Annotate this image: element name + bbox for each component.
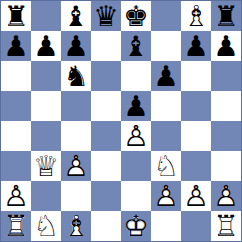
piece-white-pawn[interactable]: ♟♙: [211, 181, 241, 211]
piece-fill-glyph: ♝: [61, 1, 90, 30]
piece-fill-glyph: ♜: [1, 1, 30, 30]
piece-white-pawn[interactable]: ♟♙: [121, 121, 151, 151]
square-h2[interactable]: ♟♙: [211, 181, 241, 211]
square-e8[interactable]: ♚: [121, 1, 151, 31]
piece-white-pawn[interactable]: ♟♙: [1, 181, 31, 211]
square-e2[interactable]: [121, 181, 151, 211]
square-b7[interactable]: ♟: [31, 31, 61, 61]
chess-board: ♜♝♛♚♝♗♜♟♟♟♝♟♟♞♟♟♟♙♛♕♟♙♞♘♟♙♟♙♟♙♟♙♜♖♞♘♝♗♚♔…: [0, 0, 242, 242]
square-h1[interactable]: ♜♖: [211, 211, 241, 241]
piece-black-bishop[interactable]: ♝: [61, 1, 91, 31]
piece-outline-glyph: ♘: [31, 211, 61, 241]
piece-white-knight[interactable]: ♞♘: [151, 151, 181, 181]
square-b4[interactable]: [31, 121, 61, 151]
square-b1[interactable]: ♞♘: [31, 211, 61, 241]
piece-outline-glyph: ♖: [211, 211, 241, 241]
piece-black-pawn[interactable]: ♟: [181, 31, 211, 61]
square-a6[interactable]: [1, 61, 31, 91]
piece-outline-glyph: ♕: [31, 151, 61, 181]
square-f7[interactable]: [151, 31, 181, 61]
square-b8[interactable]: [31, 1, 61, 31]
square-d8[interactable]: ♛: [91, 1, 121, 31]
square-h7[interactable]: ♟: [211, 31, 241, 61]
square-d4[interactable]: [91, 121, 121, 151]
piece-outline-glyph: ♙: [151, 181, 181, 211]
square-f8[interactable]: [151, 1, 181, 31]
piece-white-bishop[interactable]: ♝♗: [181, 1, 211, 31]
square-h8[interactable]: ♜: [211, 1, 241, 31]
square-f5[interactable]: [151, 91, 181, 121]
square-d5[interactable]: [91, 91, 121, 121]
square-b2[interactable]: [31, 181, 61, 211]
square-e4[interactable]: ♟♙: [121, 121, 151, 151]
square-h5[interactable]: [211, 91, 241, 121]
piece-white-pawn[interactable]: ♟♙: [61, 151, 91, 181]
square-f4[interactable]: [151, 121, 181, 151]
piece-fill-glyph: ♟: [61, 31, 90, 60]
square-d7[interactable]: [91, 31, 121, 61]
piece-fill-glyph: ♟: [31, 31, 60, 60]
piece-black-pawn[interactable]: ♟: [61, 31, 91, 61]
piece-fill-glyph: ♛: [91, 1, 120, 30]
square-g8[interactable]: ♝♗: [181, 1, 211, 31]
piece-outline-glyph: ♘: [151, 151, 181, 181]
square-a4[interactable]: [1, 121, 31, 151]
square-d2[interactable]: [91, 181, 121, 211]
square-f6[interactable]: ♟: [151, 61, 181, 91]
piece-black-pawn[interactable]: ♟: [211, 31, 241, 61]
piece-fill-glyph: ♟: [181, 31, 210, 60]
piece-outline-glyph: ♙: [211, 181, 241, 211]
square-f1[interactable]: [151, 211, 181, 241]
square-a8[interactable]: ♜: [1, 1, 31, 31]
square-b3[interactable]: ♛♕: [31, 151, 61, 181]
square-g7[interactable]: ♟: [181, 31, 211, 61]
square-d6[interactable]: [91, 61, 121, 91]
piece-fill-glyph: ♟: [1, 31, 30, 60]
square-g2[interactable]: ♟♙: [181, 181, 211, 211]
square-g1[interactable]: [181, 211, 211, 241]
square-a3[interactable]: [1, 151, 31, 181]
square-d1[interactable]: [91, 211, 121, 241]
piece-black-pawn[interactable]: ♟: [1, 31, 31, 61]
square-g5[interactable]: [181, 91, 211, 121]
piece-black-pawn[interactable]: ♟: [151, 61, 181, 91]
piece-outline-glyph: ♗: [61, 211, 91, 241]
piece-fill-glyph: ♞: [61, 61, 90, 90]
square-g3[interactable]: [181, 151, 211, 181]
square-c2[interactable]: [61, 181, 91, 211]
square-c1[interactable]: ♝♗: [61, 211, 91, 241]
piece-white-pawn[interactable]: ♟♙: [181, 181, 211, 211]
piece-white-pawn[interactable]: ♟♙: [151, 181, 181, 211]
square-e5[interactable]: ♟: [121, 91, 151, 121]
square-b5[interactable]: [31, 91, 61, 121]
piece-outline-glyph: ♙: [121, 121, 151, 151]
square-e6[interactable]: [121, 61, 151, 91]
piece-fill-glyph: ♟: [211, 31, 240, 60]
square-g4[interactable]: [181, 121, 211, 151]
square-a5[interactable]: [1, 91, 31, 121]
piece-fill-glyph: ♟: [151, 61, 180, 90]
square-c6[interactable]: ♞: [61, 61, 91, 91]
piece-outline-glyph: ♙: [61, 151, 91, 181]
piece-fill-glyph: ♟: [121, 91, 150, 120]
piece-outline-glyph: ♖: [1, 211, 31, 241]
piece-white-queen[interactable]: ♛♕: [31, 151, 61, 181]
square-e1[interactable]: ♚♔: [121, 211, 151, 241]
square-c5[interactable]: [61, 91, 91, 121]
piece-outline-glyph: ♔: [121, 211, 151, 241]
piece-outline-glyph: ♗: [181, 1, 211, 31]
piece-fill-glyph: ♜: [211, 1, 240, 30]
square-b6[interactable]: [31, 61, 61, 91]
square-e7[interactable]: ♝: [121, 31, 151, 61]
piece-white-rook[interactable]: ♜♖: [211, 211, 241, 241]
piece-black-knight[interactable]: ♞: [61, 61, 91, 91]
square-f3[interactable]: ♞♘: [151, 151, 181, 181]
square-d3[interactable]: [91, 151, 121, 181]
piece-black-pawn[interactable]: ♟: [121, 91, 151, 121]
piece-black-bishop[interactable]: ♝: [121, 31, 151, 61]
square-c7[interactable]: ♟: [61, 31, 91, 61]
piece-outline-glyph: ♙: [181, 181, 211, 211]
square-f2[interactable]: ♟♙: [151, 181, 181, 211]
square-a1[interactable]: ♜♖: [1, 211, 31, 241]
piece-black-queen[interactable]: ♛: [91, 1, 121, 31]
square-a2[interactable]: ♟♙: [1, 181, 31, 211]
piece-black-pawn[interactable]: ♟: [31, 31, 61, 61]
square-h3[interactable]: [211, 151, 241, 181]
piece-white-bishop[interactable]: ♝♗: [61, 211, 91, 241]
square-c4[interactable]: [61, 121, 91, 151]
square-c8[interactable]: ♝: [61, 1, 91, 31]
square-h4[interactable]: [211, 121, 241, 151]
square-g6[interactable]: [181, 61, 211, 91]
piece-white-knight[interactable]: ♞♘: [31, 211, 61, 241]
piece-white-rook[interactable]: ♜♖: [1, 211, 31, 241]
piece-black-rook[interactable]: ♜: [1, 1, 31, 31]
piece-outline-glyph: ♙: [1, 181, 31, 211]
piece-fill-glyph: ♝: [121, 31, 150, 60]
piece-black-king[interactable]: ♚: [121, 1, 151, 31]
square-a7[interactable]: ♟: [1, 31, 31, 61]
piece-fill-glyph: ♚: [121, 1, 150, 30]
piece-black-rook[interactable]: ♜: [211, 1, 241, 31]
square-e3[interactable]: [121, 151, 151, 181]
square-h6[interactable]: [211, 61, 241, 91]
piece-white-king[interactable]: ♚♔: [121, 211, 151, 241]
square-c3[interactable]: ♟♙: [61, 151, 91, 181]
